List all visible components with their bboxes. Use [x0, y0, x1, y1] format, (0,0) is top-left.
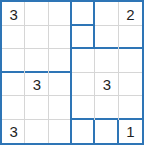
cell-r4c4[interactable]: [72, 73, 95, 97]
cell-r2c5[interactable]: [95, 26, 118, 50]
cell-r4c6[interactable]: [119, 73, 142, 97]
cell-r3c5[interactable]: [95, 49, 118, 73]
given-digit: 3: [103, 76, 111, 92]
cell-r4c3[interactable]: [49, 73, 72, 97]
cell-r6c6[interactable]: 1: [119, 120, 142, 144]
cell-r6c4[interactable]: [72, 120, 95, 144]
cell-r5c3[interactable]: [49, 96, 72, 120]
cell-r2c1[interactable]: [2, 26, 25, 50]
cell-r6c1[interactable]: 3: [2, 120, 25, 144]
cell-r5c5[interactable]: [95, 96, 118, 120]
cell-r1c3[interactable]: [49, 2, 72, 26]
cell-r1c2[interactable]: [25, 2, 48, 26]
cell-r2c2[interactable]: [25, 26, 48, 50]
cell-r6c3[interactable]: [49, 120, 72, 144]
cell-r2c4[interactable]: [72, 26, 95, 50]
cell-r5c4[interactable]: [72, 96, 95, 120]
given-digit: 3: [9, 6, 17, 22]
given-digit: 3: [33, 76, 41, 92]
cell-r3c4[interactable]: [72, 49, 95, 73]
given-digit: 3: [9, 123, 17, 139]
cell-r3c3[interactable]: [49, 49, 72, 73]
puzzle-board: 323331: [0, 0, 144, 145]
cell-r5c6[interactable]: [119, 96, 142, 120]
cell-r1c5[interactable]: [95, 2, 118, 26]
cell-r1c4[interactable]: [72, 2, 95, 26]
cell-r3c1[interactable]: [2, 49, 25, 73]
cell-r3c2[interactable]: [25, 49, 48, 73]
given-digit: 1: [126, 123, 134, 139]
cell-r1c1[interactable]: 3: [2, 2, 25, 26]
cell-r4c1[interactable]: [2, 73, 25, 97]
cell-r5c2[interactable]: [25, 96, 48, 120]
cell-r5c1[interactable]: [2, 96, 25, 120]
cell-r1c6[interactable]: 2: [119, 2, 142, 26]
cell-r6c2[interactable]: [25, 120, 48, 144]
cell-r3c6[interactable]: [119, 49, 142, 73]
cell-r2c3[interactable]: [49, 26, 72, 50]
given-digit: 2: [126, 6, 134, 22]
cell-r6c5[interactable]: [95, 120, 118, 144]
cell-r4c2[interactable]: 3: [25, 73, 48, 97]
puzzle-board-wrap: 323331: [0, 0, 144, 145]
cell-r2c6[interactable]: [119, 26, 142, 50]
cell-r4c5[interactable]: 3: [95, 73, 118, 97]
